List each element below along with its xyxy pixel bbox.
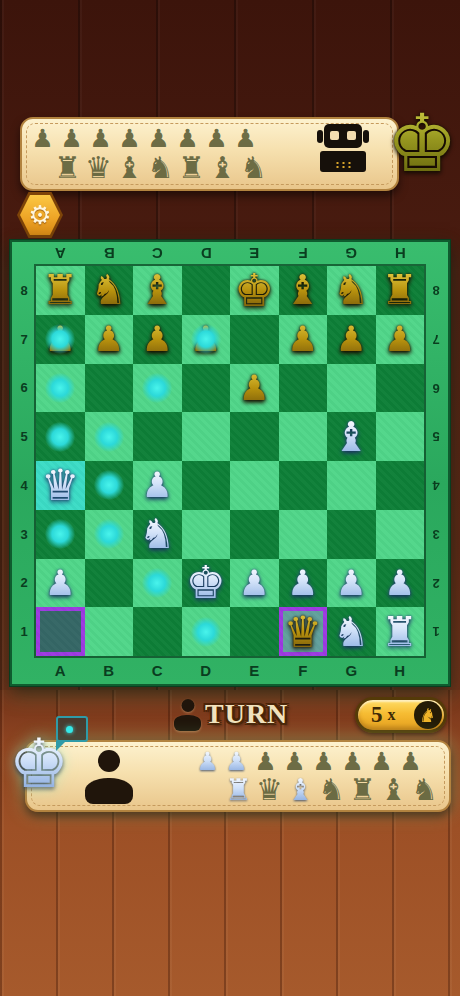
square-texture — [279, 412, 328, 461]
white-bishop: ♝ — [327, 412, 376, 461]
square-a1[interactable] — [36, 607, 85, 656]
coord-label: B — [85, 242, 134, 266]
coord-label: 8 — [12, 266, 36, 315]
coord-label: 5 — [12, 412, 36, 461]
robot-eye — [330, 131, 339, 140]
onboard-black-queen: ♛ — [83, 150, 114, 184]
captured-white-bishop: ♝ — [285, 772, 316, 806]
coord-label: 6 — [12, 364, 36, 413]
black-rook: ♜ — [36, 266, 85, 315]
square-a2[interactable]: ♟ — [36, 559, 85, 608]
square-a6[interactable] — [36, 364, 85, 413]
square-f3[interactable] — [279, 510, 328, 559]
coord-label: F — [279, 242, 328, 266]
onboard-black-rook: ♜ — [52, 150, 83, 184]
coord-label: 5 — [424, 412, 448, 461]
square-texture — [182, 266, 231, 315]
coord-label: 7 — [424, 315, 448, 364]
square-texture — [36, 510, 85, 559]
coord-label: D — [182, 242, 231, 266]
coord-label: 6 — [424, 364, 448, 413]
onboard-black-pawn: ♟ — [57, 123, 86, 153]
square-a4[interactable]: ♛ — [36, 461, 85, 510]
last-move-highlight — [36, 607, 85, 656]
square-texture — [85, 559, 134, 608]
file-labels-top: ABCDEFGH — [36, 242, 424, 266]
coord-label: G — [327, 656, 376, 684]
black-king-icon: ♚ — [382, 100, 460, 188]
onboard-white-knight: ♞ — [316, 772, 347, 806]
square-c7[interactable]: ♟ — [133, 315, 182, 364]
opponent-piece-row: ♜♛♝♞♜♝♞ — [52, 150, 269, 184]
coord-label: A — [36, 656, 85, 684]
chess-app-screen: ♟♟♟♟♟♟♟♟ ♜♛♝♞♜♝♞ ♚ ⚙ ABCDEFGH ABCDEFGH 8… — [0, 0, 460, 996]
white-rook: ♜ — [376, 607, 425, 656]
robot-eye — [347, 131, 356, 140]
coord-label: 3 — [12, 510, 36, 559]
white-pawn: ♟ — [36, 559, 85, 608]
onboard-black-pawn: ♟ — [144, 123, 173, 153]
square-c1[interactable] — [133, 607, 182, 656]
white-pawn: ♟ — [133, 461, 182, 510]
knight-glyph: ♞ — [419, 706, 436, 725]
opponent-captured-tray: ♟♟♟♟♟♟♟♟ ♜♛♝♞♜♝♞ — [20, 117, 399, 191]
onboard-white-knight: ♞ — [409, 772, 440, 806]
coord-label: A — [36, 242, 85, 266]
coord-label: 7 — [12, 315, 36, 364]
square-texture — [85, 412, 134, 461]
onboard-black-pawn: ♟ — [28, 123, 57, 153]
square-h8[interactable]: ♜ — [376, 266, 425, 315]
white-queen: ♛ — [36, 461, 85, 510]
square-a8[interactable]: ♜ — [36, 266, 85, 315]
coord-label: G — [327, 242, 376, 266]
square-texture — [182, 461, 231, 510]
square-texture — [85, 364, 134, 413]
black-knight: ♞ — [327, 266, 376, 315]
square-texture — [279, 461, 328, 510]
square-b4[interactable] — [85, 461, 134, 510]
square-c5[interactable] — [133, 412, 182, 461]
turn-label: TURN — [205, 696, 288, 732]
robot-speaker-dots — [335, 161, 352, 168]
black-pawn: ♟ — [376, 315, 425, 364]
coord-label: 2 — [12, 559, 36, 608]
coord-label: 2 — [424, 559, 448, 608]
onboard-black-pawn: ♟ — [115, 123, 144, 153]
square-b1[interactable] — [85, 607, 134, 656]
onboard-black-bishop: ♝ — [207, 150, 238, 184]
black-pawn: ♟ — [36, 315, 85, 364]
square-f7[interactable]: ♟ — [279, 315, 328, 364]
move-dot — [142, 568, 172, 598]
square-f2[interactable]: ♟ — [279, 559, 328, 608]
coord-label: 1 — [424, 607, 448, 656]
onboard-black-pawn: ♟ — [86, 123, 115, 153]
captured-white-rook: ♜ — [223, 772, 254, 806]
square-e5[interactable] — [230, 412, 279, 461]
captured-white-pawn: ♟ — [193, 746, 222, 776]
square-c8[interactable]: ♝ — [133, 266, 182, 315]
black-pawn: ♟ — [327, 315, 376, 364]
robot-head — [324, 124, 362, 148]
knight-coin-icon: ♞ — [414, 701, 442, 729]
square-b2[interactable] — [85, 559, 134, 608]
square-e4[interactable] — [230, 461, 279, 510]
white-pawn: ♟ — [376, 559, 425, 608]
person-body — [85, 778, 133, 804]
square-h5[interactable] — [376, 412, 425, 461]
square-texture — [182, 607, 231, 656]
white-pawn: ♟ — [230, 559, 279, 608]
chat-bubble-dot — [66, 726, 73, 733]
black-bishop: ♝ — [133, 266, 182, 315]
square-g8[interactable]: ♞ — [327, 266, 376, 315]
square-g5[interactable]: ♝ — [327, 412, 376, 461]
rank-labels-right: 87654321 — [424, 266, 448, 656]
square-texture — [182, 364, 231, 413]
white-knight: ♞ — [327, 607, 376, 656]
coord-label: E — [230, 242, 279, 266]
person-avatar — [85, 749, 133, 804]
square-a7[interactable]: ♟ — [36, 315, 85, 364]
square-g6[interactable] — [327, 364, 376, 413]
square-texture — [230, 510, 279, 559]
coord-label: 1 — [12, 607, 36, 656]
hint-times-label: x — [388, 706, 396, 724]
onboard-black-pawn: ♟ — [231, 123, 260, 153]
black-rook: ♜ — [376, 266, 425, 315]
square-f4[interactable] — [279, 461, 328, 510]
square-a5[interactable] — [36, 412, 85, 461]
rank-labels-left: 87654321 — [12, 266, 36, 656]
white-knight: ♞ — [133, 510, 182, 559]
square-texture — [133, 412, 182, 461]
coord-label: C — [133, 242, 182, 266]
square-texture — [376, 461, 425, 510]
coord-label: C — [133, 656, 182, 684]
square-e2[interactable]: ♟ — [230, 559, 279, 608]
black-pawn: ♟ — [230, 364, 279, 413]
square-texture — [279, 510, 328, 559]
square-d8[interactable] — [182, 266, 231, 315]
square-b5[interactable] — [85, 412, 134, 461]
square-f6[interactable] — [279, 364, 328, 413]
player-piece-row: ♜♛♝♞♜♝♞ — [223, 772, 440, 806]
coord-label: F — [279, 656, 328, 684]
file-labels-bottom: ABCDEFGH — [36, 656, 424, 684]
coord-label: 4 — [424, 461, 448, 510]
coord-label: B — [85, 656, 134, 684]
square-e7[interactable] — [230, 315, 279, 364]
square-d5[interactable] — [182, 412, 231, 461]
black-king: ♚ — [230, 266, 279, 315]
square-texture — [230, 412, 279, 461]
robot-ear — [363, 130, 369, 143]
onboard-black-knight: ♞ — [238, 150, 269, 184]
square-f1[interactable]: ♛ — [279, 607, 328, 656]
square-h1[interactable]: ♜ — [376, 607, 425, 656]
square-texture — [327, 510, 376, 559]
chat-bubble-icon — [56, 716, 88, 742]
square-texture — [230, 607, 279, 656]
onboard-black-bishop: ♝ — [114, 150, 145, 184]
player-captured-tray: ♟♟♟♟♟♟♟♟ ♜♛♝♞♜♝♞ — [25, 740, 451, 812]
black-queen: ♛ — [279, 607, 328, 656]
onboard-white-rook: ♜ — [347, 772, 378, 806]
square-b6[interactable] — [85, 364, 134, 413]
coord-label: D — [182, 656, 231, 684]
square-texture — [85, 510, 134, 559]
move-dot — [191, 617, 221, 647]
square-h4[interactable] — [376, 461, 425, 510]
square-a3[interactable] — [36, 510, 85, 559]
onboard-black-pawn: ♟ — [173, 123, 202, 153]
opponent-pawn-row: ♟♟♟♟♟♟♟♟ — [28, 123, 260, 153]
move-dot — [142, 373, 172, 403]
move-dot — [94, 519, 124, 549]
square-c4[interactable]: ♟ — [133, 461, 182, 510]
square-texture — [36, 364, 85, 413]
square-texture — [327, 364, 376, 413]
turn-person-icon — [174, 699, 201, 731]
square-h7[interactable]: ♟ — [376, 315, 425, 364]
board-grid: ♜♞♝♚♝♞♜♟♟♟♟♟♟♟♟♝♛♟♞♟♚♟♟♟♟♛♞♜ — [36, 266, 424, 656]
square-texture — [327, 461, 376, 510]
coord-label: H — [376, 656, 425, 684]
square-g3[interactable] — [327, 510, 376, 559]
square-d6[interactable] — [182, 364, 231, 413]
square-texture — [376, 364, 425, 413]
black-pawn: ♟ — [182, 315, 231, 364]
onboard-black-rook: ♜ — [176, 150, 207, 184]
black-pawn: ♟ — [279, 315, 328, 364]
onboard-white-queen: ♛ — [254, 772, 285, 806]
square-texture — [279, 364, 328, 413]
square-e3[interactable] — [230, 510, 279, 559]
square-texture — [182, 412, 231, 461]
square-texture — [376, 510, 425, 559]
gear-icon: ⚙ — [28, 200, 51, 230]
onboard-black-knight: ♞ — [145, 150, 176, 184]
coord-label: E — [230, 656, 279, 684]
square-texture — [182, 510, 231, 559]
square-texture — [133, 559, 182, 608]
square-d1[interactable] — [182, 607, 231, 656]
square-h2[interactable]: ♟ — [376, 559, 425, 608]
robot-ear — [317, 130, 323, 143]
square-texture — [230, 315, 279, 364]
square-d7[interactable]: ♟ — [182, 315, 231, 364]
square-g2[interactable]: ♟ — [327, 559, 376, 608]
person-body — [174, 715, 201, 731]
person-head — [181, 699, 194, 712]
coord-label: H — [376, 242, 425, 266]
square-b8[interactable]: ♞ — [85, 266, 134, 315]
hint-counter-button[interactable]: 5 x ♞ — [355, 697, 447, 733]
settings-button-face: ⚙ — [20, 195, 60, 235]
square-b7[interactable]: ♟ — [85, 315, 134, 364]
square-c3[interactable]: ♞ — [133, 510, 182, 559]
square-texture — [85, 461, 134, 510]
square-texture — [36, 607, 85, 656]
square-f8[interactable]: ♝ — [279, 266, 328, 315]
white-pawn: ♟ — [327, 559, 376, 608]
black-knight: ♞ — [85, 266, 134, 315]
hint-count: 5 — [371, 702, 383, 728]
square-g4[interactable] — [327, 461, 376, 510]
robot-icon — [319, 124, 367, 174]
black-pawn: ♟ — [133, 315, 182, 364]
square-texture — [376, 412, 425, 461]
square-texture — [133, 607, 182, 656]
coord-label: 8 — [424, 266, 448, 315]
chess-board: ABCDEFGH ABCDEFGH 87654321 87654321 ♜♞♝♚… — [10, 240, 450, 686]
black-bishop: ♝ — [279, 266, 328, 315]
person-head — [98, 750, 120, 772]
onboard-black-pawn: ♟ — [202, 123, 231, 153]
onboard-white-bishop: ♝ — [378, 772, 409, 806]
square-d3[interactable] — [182, 510, 231, 559]
square-texture — [85, 607, 134, 656]
coord-label: 4 — [12, 461, 36, 510]
white-pawn: ♟ — [279, 559, 328, 608]
move-dot — [94, 470, 124, 500]
square-texture — [133, 364, 182, 413]
square-d4[interactable] — [182, 461, 231, 510]
move-dot — [45, 519, 75, 549]
square-texture — [36, 412, 85, 461]
square-e6[interactable]: ♟ — [230, 364, 279, 413]
square-d2[interactable]: ♚ — [182, 559, 231, 608]
square-h6[interactable] — [376, 364, 425, 413]
square-e8[interactable]: ♚ — [230, 266, 279, 315]
square-g1[interactable]: ♞ — [327, 607, 376, 656]
square-b3[interactable] — [85, 510, 134, 559]
square-g7[interactable]: ♟ — [327, 315, 376, 364]
square-texture — [230, 461, 279, 510]
square-e1[interactable] — [230, 607, 279, 656]
black-pawn: ♟ — [85, 315, 134, 364]
robot-body — [320, 151, 366, 172]
move-dot — [94, 422, 124, 452]
move-dot — [45, 422, 75, 452]
square-c6[interactable] — [133, 364, 182, 413]
coord-label: 3 — [424, 510, 448, 559]
square-c2[interactable] — [133, 559, 182, 608]
white-king: ♚ — [182, 559, 231, 608]
square-h3[interactable] — [376, 510, 425, 559]
move-dot — [45, 373, 75, 403]
square-f5[interactable] — [279, 412, 328, 461]
